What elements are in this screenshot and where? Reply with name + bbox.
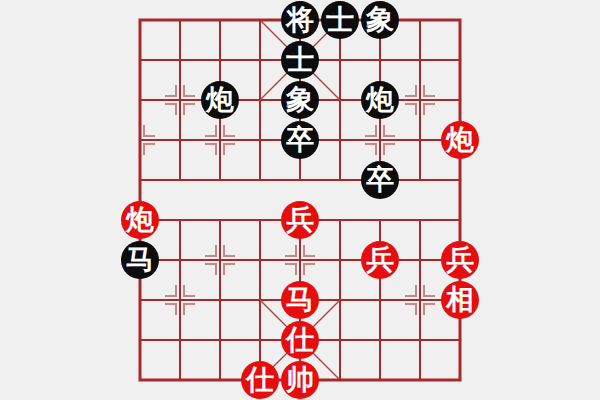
piece-black-elephant[interactable]: 象 (281, 81, 319, 119)
piece-red-horse[interactable]: 马 (281, 281, 319, 319)
piece-black-cannon[interactable]: 炮 (361, 81, 399, 119)
pieces-layer: 将士象士炮象炮卒炮卒炮兵马兵兵马相仕仕帅 (0, 0, 600, 400)
xiangqi-board[interactable]: 将士象士炮象炮卒炮卒炮兵马兵兵马相仕仕帅 (0, 0, 600, 400)
piece-red-advisor[interactable]: 仕 (281, 321, 319, 359)
piece-red-pawn[interactable]: 兵 (361, 241, 399, 279)
piece-black-advisor[interactable]: 士 (321, 1, 359, 39)
app-background: 将士象士炮象炮卒炮卒炮兵马兵兵马相仕仕帅 (0, 0, 600, 400)
piece-black-general[interactable]: 将 (281, 1, 319, 39)
piece-red-king[interactable]: 帅 (281, 361, 319, 399)
piece-black-advisor[interactable]: 士 (281, 41, 319, 79)
piece-black-horse[interactable]: 马 (121, 241, 159, 279)
piece-red-advisor[interactable]: 仕 (241, 361, 279, 399)
piece-black-elephant[interactable]: 象 (361, 1, 399, 39)
piece-black-cannon[interactable]: 炮 (201, 81, 239, 119)
piece-black-pawn[interactable]: 卒 (361, 161, 399, 199)
piece-red-elephant[interactable]: 相 (441, 281, 479, 319)
piece-red-pawn[interactable]: 兵 (441, 241, 479, 279)
piece-red-cannon[interactable]: 炮 (441, 121, 479, 159)
piece-black-pawn[interactable]: 卒 (281, 121, 319, 159)
piece-red-pawn[interactable]: 兵 (281, 201, 319, 239)
piece-red-cannon[interactable]: 炮 (121, 201, 159, 239)
